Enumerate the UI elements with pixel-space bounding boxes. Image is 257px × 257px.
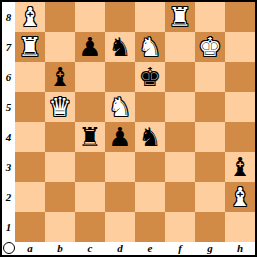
square-f1[interactable] — [165, 212, 195, 242]
square-d5[interactable]: ♞ — [105, 92, 135, 122]
rank-label-4: 4 — [2, 122, 15, 152]
rank-label-8: 8 — [2, 2, 15, 32]
file-labels: abcdefgh — [15, 242, 255, 255]
square-c6[interactable] — [75, 62, 105, 92]
square-a8[interactable]: ♝ — [15, 2, 45, 32]
piece-black-knight[interactable]: ♞ — [108, 32, 131, 62]
square-h2[interactable]: ♝ — [225, 182, 255, 212]
square-f6[interactable] — [165, 62, 195, 92]
square-h5[interactable] — [225, 92, 255, 122]
square-h3[interactable]: ♝ — [225, 152, 255, 182]
chess-board: ♝♜♜♟♞♞♚♝♚♛♞♜♟♞♝♝ — [15, 2, 255, 242]
square-d6[interactable] — [105, 62, 135, 92]
square-a3[interactable] — [15, 152, 45, 182]
square-g7[interactable]: ♚ — [195, 32, 225, 62]
square-b6[interactable]: ♝ — [45, 62, 75, 92]
file-label-d: d — [105, 242, 135, 255]
square-g5[interactable] — [195, 92, 225, 122]
piece-black-pawn[interactable]: ♟ — [78, 32, 101, 62]
square-b4[interactable] — [45, 122, 75, 152]
file-label-h: h — [225, 242, 255, 255]
piece-white-rook[interactable]: ♜ — [18, 32, 41, 62]
file-label-f: f — [165, 242, 195, 255]
rank-label-3: 3 — [2, 152, 15, 182]
chess-diagram: 87654321 ♝♜♜♟♞♞♚♝♚♛♞♜♟♞♝♝ abcdefgh — [0, 0, 257, 257]
square-g2[interactable] — [195, 182, 225, 212]
square-e1[interactable] — [135, 212, 165, 242]
piece-white-knight[interactable]: ♞ — [138, 32, 161, 62]
square-a5[interactable] — [15, 92, 45, 122]
square-f4[interactable] — [165, 122, 195, 152]
square-a1[interactable] — [15, 212, 45, 242]
square-h4[interactable] — [225, 122, 255, 152]
square-f7[interactable] — [165, 32, 195, 62]
rank-label-2: 2 — [2, 182, 15, 212]
square-g8[interactable] — [195, 2, 225, 32]
square-a7[interactable]: ♜ — [15, 32, 45, 62]
square-f8[interactable]: ♜ — [165, 2, 195, 32]
square-h7[interactable] — [225, 32, 255, 62]
rank-label-1: 1 — [2, 212, 15, 242]
square-f3[interactable] — [165, 152, 195, 182]
rank-label-5: 5 — [2, 92, 15, 122]
square-c3[interactable] — [75, 152, 105, 182]
square-c5[interactable] — [75, 92, 105, 122]
square-c4[interactable]: ♜ — [75, 122, 105, 152]
piece-white-king[interactable]: ♚ — [198, 32, 221, 62]
piece-black-pawn[interactable]: ♟ — [108, 122, 131, 152]
square-b1[interactable] — [45, 212, 75, 242]
square-e8[interactable] — [135, 2, 165, 32]
piece-black-bishop[interactable]: ♝ — [228, 152, 251, 182]
square-c7[interactable]: ♟ — [75, 32, 105, 62]
square-d3[interactable] — [105, 152, 135, 182]
file-label-b: b — [45, 242, 75, 255]
piece-white-rook[interactable]: ♜ — [168, 2, 191, 32]
file-label-e: e — [135, 242, 165, 255]
piece-white-knight[interactable]: ♞ — [108, 92, 131, 122]
white-to-move-indicator — [3, 242, 15, 254]
piece-black-rook[interactable]: ♜ — [78, 122, 101, 152]
square-e6[interactable]: ♚ — [135, 62, 165, 92]
rank-label-6: 6 — [2, 62, 15, 92]
piece-white-bishop[interactable]: ♝ — [18, 2, 41, 32]
square-a4[interactable] — [15, 122, 45, 152]
square-b7[interactable] — [45, 32, 75, 62]
square-h8[interactable] — [225, 2, 255, 32]
square-f5[interactable] — [165, 92, 195, 122]
square-b2[interactable] — [45, 182, 75, 212]
square-d1[interactable] — [105, 212, 135, 242]
square-g1[interactable] — [195, 212, 225, 242]
piece-black-bishop[interactable]: ♝ — [48, 62, 71, 92]
square-g4[interactable] — [195, 122, 225, 152]
square-c2[interactable] — [75, 182, 105, 212]
square-e5[interactable] — [135, 92, 165, 122]
square-c1[interactable] — [75, 212, 105, 242]
square-b8[interactable] — [45, 2, 75, 32]
square-d7[interactable]: ♞ — [105, 32, 135, 62]
file-label-a: a — [15, 242, 45, 255]
square-h6[interactable] — [225, 62, 255, 92]
square-c8[interactable] — [75, 2, 105, 32]
file-label-g: g — [195, 242, 225, 255]
square-b3[interactable] — [45, 152, 75, 182]
square-h1[interactable] — [225, 212, 255, 242]
piece-black-king[interactable]: ♚ — [138, 62, 161, 92]
rank-label-7: 7 — [2, 32, 15, 62]
square-a6[interactable] — [15, 62, 45, 92]
square-d8[interactable] — [105, 2, 135, 32]
square-d2[interactable] — [105, 182, 135, 212]
square-e4[interactable]: ♞ — [135, 122, 165, 152]
square-d4[interactable]: ♟ — [105, 122, 135, 152]
square-e3[interactable] — [135, 152, 165, 182]
square-e2[interactable] — [135, 182, 165, 212]
square-f2[interactable] — [165, 182, 195, 212]
square-e7[interactable]: ♞ — [135, 32, 165, 62]
piece-white-bishop[interactable]: ♝ — [228, 182, 251, 212]
side-to-move-corner — [2, 242, 15, 255]
piece-black-knight[interactable]: ♞ — [138, 122, 161, 152]
square-g6[interactable] — [195, 62, 225, 92]
square-b5[interactable]: ♛ — [45, 92, 75, 122]
piece-white-queen[interactable]: ♛ — [48, 92, 71, 122]
rank-labels: 87654321 — [2, 2, 15, 242]
file-label-c: c — [75, 242, 105, 255]
square-a2[interactable] — [15, 182, 45, 212]
square-g3[interactable] — [195, 152, 225, 182]
